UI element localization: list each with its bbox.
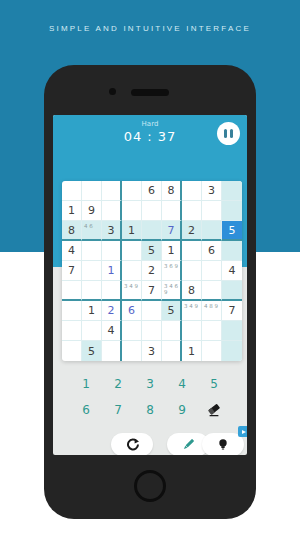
numpad-digit-2[interactable]: 2 — [102, 371, 134, 397]
grid-cell[interactable] — [102, 341, 122, 361]
grid-cell[interactable]: 7 — [62, 261, 82, 281]
grid-cell[interactable] — [182, 181, 202, 201]
grid-cell[interactable] — [82, 321, 102, 341]
grid-cell[interactable] — [142, 301, 162, 321]
grid-cell[interactable]: 4 — [62, 241, 82, 261]
hint-ad-badge — [238, 426, 247, 437]
undo-button[interactable] — [111, 433, 153, 455]
grid-cell[interactable] — [82, 241, 102, 261]
grid-cell[interactable]: 5 — [142, 241, 162, 261]
grid-cell[interactable]: 8 — [162, 181, 182, 201]
grid-cell[interactable]: 4 — [222, 261, 242, 281]
grid-cell[interactable]: 5 — [162, 301, 182, 321]
grid-cell[interactable]: 1 — [62, 201, 82, 221]
grid-cell[interactable]: 9 — [82, 201, 102, 221]
camera-icon — [109, 88, 116, 95]
grid-cell[interactable]: 4 8 9 — [202, 301, 222, 321]
hint-button[interactable] — [202, 433, 244, 455]
grid-cell[interactable] — [182, 241, 202, 261]
grid-cell[interactable]: 4 6 — [82, 221, 102, 241]
numpad-digit-1[interactable]: 1 — [70, 371, 102, 397]
grid-cell[interactable] — [162, 341, 182, 361]
grid-cell[interactable] — [222, 341, 242, 361]
grid-cell[interactable] — [122, 261, 142, 281]
numpad: 1 2 3 4 5 6 7 8 9 — [70, 371, 230, 423]
grid-cell[interactable]: 4 — [102, 321, 122, 341]
grid-cell[interactable] — [62, 301, 82, 321]
undo-icon — [126, 438, 139, 451]
grid-cell[interactable] — [82, 181, 102, 201]
speaker-grille — [131, 89, 169, 96]
pause-icon — [224, 129, 227, 138]
grid-cell[interactable] — [102, 181, 122, 201]
play-badge-icon — [242, 430, 246, 434]
grid-cell[interactable] — [222, 201, 242, 221]
grid-cell[interactable]: 3 4 9 — [122, 281, 142, 301]
grid-cell[interactable] — [122, 181, 142, 201]
grid-cell[interactable]: 8 — [182, 281, 202, 301]
eraser-icon — [206, 403, 222, 417]
action-bar — [53, 433, 247, 455]
numpad-digit-8[interactable]: 8 — [134, 397, 166, 423]
grid-cell[interactable] — [142, 321, 162, 341]
grid-cell[interactable] — [222, 181, 242, 201]
home-button[interactable] — [134, 470, 166, 502]
grid-cell[interactable] — [222, 321, 242, 341]
eraser-button[interactable] — [198, 397, 230, 423]
grid-cell[interactable]: 1 — [122, 221, 142, 241]
grid-cell[interactable] — [102, 281, 122, 301]
grid-cell[interactable] — [142, 221, 162, 241]
numpad-digit-7[interactable]: 7 — [102, 397, 134, 423]
numpad-digit-9[interactable]: 9 — [166, 397, 198, 423]
grid-cell[interactable]: 5 — [222, 221, 242, 241]
grid-cell[interactable] — [62, 281, 82, 301]
grid-cell[interactable] — [202, 281, 222, 301]
grid-cell[interactable]: 1 — [182, 341, 202, 361]
grid-cell[interactable] — [182, 201, 202, 221]
numpad-digit-5[interactable]: 5 — [198, 371, 230, 397]
numpad-digit-6[interactable]: 6 — [70, 397, 102, 423]
grid-cell[interactable]: 6 — [122, 301, 142, 321]
grid-cell[interactable]: 3 — [202, 181, 222, 201]
grid-cell[interactable]: 3 4 9 — [182, 301, 202, 321]
lightbulb-icon — [217, 438, 229, 452]
grid-cell[interactable] — [62, 321, 82, 341]
grid-cell[interactable] — [202, 201, 222, 221]
grid-cell[interactable] — [162, 321, 182, 341]
grid-cell[interactable]: 1 — [82, 301, 102, 321]
grid-cell[interactable] — [202, 221, 222, 241]
grid-cell[interactable]: 2 — [102, 301, 122, 321]
grid-cell[interactable] — [182, 321, 202, 341]
grid-cell[interactable] — [202, 261, 222, 281]
grid-cell[interactable]: 3 6 9 — [162, 261, 182, 281]
grid-cell[interactable]: 2 — [182, 221, 202, 241]
grid-cell[interactable]: 3 4 6 9 — [162, 281, 182, 301]
grid-cell[interactable]: 3 — [142, 341, 162, 361]
grid-cell[interactable]: 6 — [142, 181, 162, 201]
grid-cell[interactable] — [202, 321, 222, 341]
grid-cell[interactable] — [162, 201, 182, 221]
pause-icon — [230, 129, 233, 138]
grid-cell[interactable] — [222, 241, 242, 261]
pause-button[interactable] — [217, 122, 240, 145]
sudoku-grid: 6831984 63172545167123 6 943 4 973 4 6 9… — [62, 181, 242, 361]
grid-cell[interactable]: 7 — [162, 221, 182, 241]
grid-cell[interactable] — [122, 321, 142, 341]
grid-cell[interactable] — [102, 241, 122, 261]
phone-frame: Hard 04 : 37 6831984 63172545167123 6 94… — [44, 65, 256, 519]
grid-cell[interactable]: 7 — [222, 301, 242, 321]
grid-cell[interactable] — [62, 341, 82, 361]
numpad-digit-3[interactable]: 3 — [134, 371, 166, 397]
grid-cell[interactable] — [182, 261, 202, 281]
grid-cell[interactable]: 6 — [202, 241, 222, 261]
grid-cell[interactable] — [222, 281, 242, 301]
grid-cell[interactable]: 1 — [162, 241, 182, 261]
grid-cell[interactable]: 1 — [102, 261, 122, 281]
grid-cell[interactable] — [122, 341, 142, 361]
grid-cell[interactable] — [102, 201, 122, 221]
page-caption: SIMPLE AND INTUITIVE INTERFACE — [0, 24, 300, 33]
pencil-icon — [181, 437, 196, 452]
numpad-digit-4[interactable]: 4 — [166, 371, 198, 397]
grid-cell[interactable] — [122, 201, 142, 221]
grid-cell[interactable] — [122, 241, 142, 261]
grid-cell[interactable]: 8 — [62, 221, 82, 241]
grid-cell[interactable]: 5 — [82, 341, 102, 361]
grid-cell[interactable] — [62, 181, 82, 201]
app-screen: Hard 04 : 37 6831984 63172545167123 6 94… — [53, 115, 247, 455]
grid-cell[interactable] — [82, 281, 102, 301]
grid-cell[interactable]: 3 — [102, 221, 122, 241]
grid-cell[interactable] — [202, 341, 222, 361]
grid-cell[interactable] — [82, 261, 102, 281]
grid-cell[interactable] — [142, 201, 162, 221]
grid-cell[interactable]: 7 — [142, 281, 162, 301]
grid-cell[interactable]: 2 — [142, 261, 162, 281]
